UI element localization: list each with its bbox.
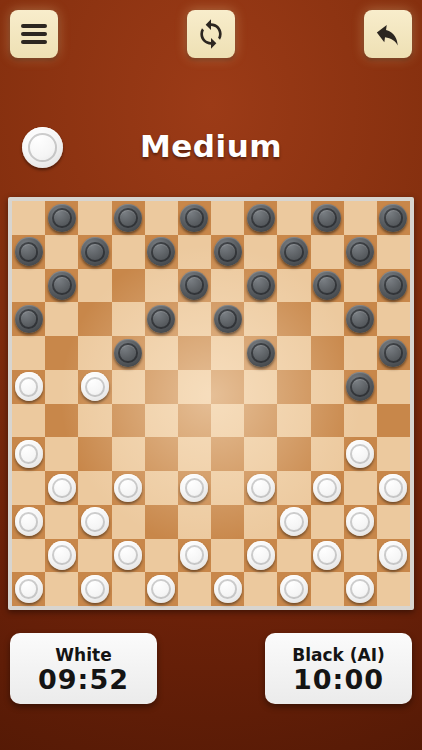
board-square[interactable] bbox=[311, 505, 344, 539]
white-piece[interactable] bbox=[180, 541, 208, 569]
board-square[interactable] bbox=[45, 235, 78, 269]
black-piece[interactable] bbox=[247, 204, 275, 232]
board-square[interactable] bbox=[311, 437, 344, 471]
board-square[interactable] bbox=[145, 302, 178, 336]
board-square[interactable] bbox=[377, 505, 410, 539]
white-piece[interactable] bbox=[379, 474, 407, 502]
black-piece[interactable] bbox=[214, 237, 242, 265]
white-piece[interactable] bbox=[346, 507, 374, 535]
black-piece[interactable] bbox=[346, 372, 374, 400]
black-piece[interactable] bbox=[247, 339, 275, 367]
white-piece[interactable] bbox=[81, 575, 109, 603]
refresh-icon bbox=[195, 18, 227, 50]
black-piece[interactable] bbox=[15, 237, 43, 265]
hamburger-icon bbox=[21, 24, 47, 44]
white-piece[interactable] bbox=[114, 541, 142, 569]
board-square[interactable] bbox=[145, 437, 178, 471]
board-square[interactable] bbox=[244, 437, 277, 471]
undo-arrow-icon bbox=[373, 19, 403, 49]
board-square[interactable] bbox=[45, 471, 78, 505]
board-square[interactable] bbox=[12, 269, 45, 303]
board-square[interactable] bbox=[145, 201, 178, 235]
board-square[interactable] bbox=[78, 572, 111, 606]
board-square[interactable] bbox=[344, 572, 377, 606]
board-square[interactable] bbox=[311, 471, 344, 505]
board-square[interactable] bbox=[377, 370, 410, 404]
board-square[interactable] bbox=[344, 437, 377, 471]
board-square[interactable] bbox=[277, 539, 310, 573]
black-piece[interactable] bbox=[379, 271, 407, 299]
board-square[interactable] bbox=[45, 370, 78, 404]
white-piece[interactable] bbox=[346, 575, 374, 603]
black-piece[interactable] bbox=[114, 204, 142, 232]
board-square[interactable] bbox=[211, 201, 244, 235]
board-square[interactable] bbox=[244, 505, 277, 539]
white-piece[interactable] bbox=[280, 507, 308, 535]
board-square[interactable] bbox=[178, 201, 211, 235]
black-piece[interactable] bbox=[81, 237, 109, 265]
black-piece[interactable] bbox=[214, 305, 242, 333]
board-square[interactable] bbox=[12, 302, 45, 336]
board-square[interactable] bbox=[112, 370, 145, 404]
black-piece[interactable] bbox=[346, 305, 374, 333]
board-square[interactable] bbox=[12, 471, 45, 505]
board-square[interactable] bbox=[277, 269, 310, 303]
difficulty-title: Medium bbox=[0, 128, 422, 164]
board-square[interactable] bbox=[277, 201, 310, 235]
restart-button[interactable] bbox=[187, 10, 235, 58]
white-piece[interactable] bbox=[247, 474, 275, 502]
board-square[interactable] bbox=[78, 235, 111, 269]
board-square[interactable] bbox=[344, 235, 377, 269]
board-square[interactable] bbox=[78, 302, 111, 336]
board-square[interactable] bbox=[211, 370, 244, 404]
black-piece[interactable] bbox=[114, 339, 142, 367]
white-piece[interactable] bbox=[247, 541, 275, 569]
board-square[interactable] bbox=[277, 471, 310, 505]
board-square[interactable] bbox=[45, 404, 78, 438]
board-square[interactable] bbox=[344, 269, 377, 303]
board-square[interactable] bbox=[45, 201, 78, 235]
white-player-label: White bbox=[55, 645, 111, 665]
board-square[interactable] bbox=[145, 269, 178, 303]
black-timer-value: 10:00 bbox=[293, 666, 384, 693]
black-piece[interactable] bbox=[379, 339, 407, 367]
board-square[interactable] bbox=[78, 471, 111, 505]
white-piece[interactable] bbox=[81, 372, 109, 400]
white-piece[interactable] bbox=[180, 474, 208, 502]
board-square[interactable] bbox=[211, 572, 244, 606]
board-square[interactable] bbox=[45, 505, 78, 539]
board-square[interactable] bbox=[78, 404, 111, 438]
black-piece[interactable] bbox=[147, 237, 175, 265]
board-square[interactable] bbox=[244, 370, 277, 404]
board-square[interactable] bbox=[145, 370, 178, 404]
board-square[interactable] bbox=[12, 404, 45, 438]
board-square[interactable] bbox=[277, 370, 310, 404]
board-square[interactable] bbox=[211, 539, 244, 573]
board-square[interactable] bbox=[145, 404, 178, 438]
white-piece[interactable] bbox=[48, 541, 76, 569]
checkers-board bbox=[8, 197, 414, 610]
board-square[interactable] bbox=[244, 336, 277, 370]
white-piece[interactable] bbox=[48, 474, 76, 502]
white-checker-icon bbox=[22, 127, 63, 168]
board-square[interactable] bbox=[377, 539, 410, 573]
menu-button[interactable] bbox=[10, 10, 58, 58]
board-square[interactable] bbox=[112, 201, 145, 235]
black-player-label: Black (AI) bbox=[292, 645, 385, 665]
board-square[interactable] bbox=[311, 572, 344, 606]
turn-indicator bbox=[22, 127, 63, 168]
board-square[interactable] bbox=[12, 235, 45, 269]
white-timer-value: 09:52 bbox=[38, 666, 129, 693]
board-square[interactable] bbox=[344, 370, 377, 404]
board-square[interactable] bbox=[145, 336, 178, 370]
board-square[interactable] bbox=[112, 269, 145, 303]
board-square[interactable] bbox=[344, 201, 377, 235]
board-square[interactable] bbox=[244, 471, 277, 505]
board-square[interactable] bbox=[211, 505, 244, 539]
board-square[interactable] bbox=[311, 404, 344, 438]
board-square[interactable] bbox=[211, 404, 244, 438]
board-square[interactable] bbox=[311, 370, 344, 404]
white-piece[interactable] bbox=[15, 575, 43, 603]
board-square[interactable] bbox=[12, 505, 45, 539]
board-square[interactable] bbox=[277, 235, 310, 269]
board-square[interactable] bbox=[344, 539, 377, 573]
board-square[interactable] bbox=[145, 471, 178, 505]
board-square[interactable] bbox=[344, 302, 377, 336]
board-square[interactable] bbox=[311, 539, 344, 573]
board-square[interactable] bbox=[178, 235, 211, 269]
black-piece[interactable] bbox=[180, 204, 208, 232]
board-square[interactable] bbox=[311, 235, 344, 269]
white-piece[interactable] bbox=[15, 372, 43, 400]
board-square[interactable] bbox=[244, 269, 277, 303]
board-square[interactable] bbox=[112, 404, 145, 438]
board-square[interactable] bbox=[211, 437, 244, 471]
board-square[interactable] bbox=[78, 269, 111, 303]
board-square[interactable] bbox=[12, 539, 45, 573]
board-square[interactable] bbox=[311, 269, 344, 303]
board-square[interactable] bbox=[211, 471, 244, 505]
white-piece[interactable] bbox=[15, 507, 43, 535]
board-square[interactable] bbox=[112, 235, 145, 269]
board-square[interactable] bbox=[277, 302, 310, 336]
black-timer-card: Black (AI) 10:00 bbox=[265, 633, 412, 704]
board-square[interactable] bbox=[178, 336, 211, 370]
board-square[interactable] bbox=[244, 302, 277, 336]
board-square[interactable] bbox=[178, 539, 211, 573]
board-grid bbox=[12, 201, 410, 606]
board-square[interactable] bbox=[178, 471, 211, 505]
board-square[interactable] bbox=[377, 235, 410, 269]
board-square[interactable] bbox=[377, 471, 410, 505]
board-square[interactable] bbox=[78, 201, 111, 235]
board-square[interactable] bbox=[211, 269, 244, 303]
board-square[interactable] bbox=[178, 572, 211, 606]
board-square[interactable] bbox=[377, 572, 410, 606]
board-square[interactable] bbox=[311, 201, 344, 235]
board-square[interactable] bbox=[311, 336, 344, 370]
board-square[interactable] bbox=[377, 336, 410, 370]
white-piece[interactable] bbox=[214, 575, 242, 603]
board-square[interactable] bbox=[344, 505, 377, 539]
black-piece[interactable] bbox=[280, 237, 308, 265]
black-piece[interactable] bbox=[346, 237, 374, 265]
black-piece[interactable] bbox=[48, 271, 76, 299]
white-piece[interactable] bbox=[147, 575, 175, 603]
board-square[interactable] bbox=[178, 404, 211, 438]
white-piece[interactable] bbox=[313, 474, 341, 502]
board-square[interactable] bbox=[112, 572, 145, 606]
black-piece[interactable] bbox=[247, 271, 275, 299]
undo-button[interactable] bbox=[364, 10, 412, 58]
board-square[interactable] bbox=[178, 505, 211, 539]
board-square[interactable] bbox=[145, 539, 178, 573]
board-square[interactable] bbox=[377, 201, 410, 235]
white-piece[interactable] bbox=[313, 541, 341, 569]
board-square[interactable] bbox=[145, 235, 178, 269]
board-square[interactable] bbox=[277, 572, 310, 606]
board-square[interactable] bbox=[78, 539, 111, 573]
board-square[interactable] bbox=[211, 302, 244, 336]
board-square[interactable] bbox=[145, 572, 178, 606]
black-piece[interactable] bbox=[313, 271, 341, 299]
white-piece[interactable] bbox=[379, 541, 407, 569]
board-square[interactable] bbox=[244, 572, 277, 606]
board-square[interactable] bbox=[377, 404, 410, 438]
board-square[interactable] bbox=[45, 539, 78, 573]
board-square[interactable] bbox=[211, 336, 244, 370]
black-piece[interactable] bbox=[313, 204, 341, 232]
board-square[interactable] bbox=[12, 437, 45, 471]
white-piece[interactable] bbox=[114, 474, 142, 502]
board-square[interactable] bbox=[377, 302, 410, 336]
board-square[interactable] bbox=[178, 437, 211, 471]
white-timer-card: White 09:52 bbox=[10, 633, 157, 704]
black-piece[interactable] bbox=[379, 204, 407, 232]
board-square[interactable] bbox=[311, 302, 344, 336]
board-square[interactable] bbox=[211, 235, 244, 269]
black-piece[interactable] bbox=[48, 204, 76, 232]
board-square[interactable] bbox=[45, 437, 78, 471]
board-square[interactable] bbox=[78, 370, 111, 404]
board-square[interactable] bbox=[178, 370, 211, 404]
board-square[interactable] bbox=[145, 505, 178, 539]
white-piece[interactable] bbox=[15, 440, 43, 468]
black-piece[interactable] bbox=[180, 271, 208, 299]
checkers-app: Medium White 09:52 Black (AI) 10:00 bbox=[0, 0, 422, 750]
board-square[interactable] bbox=[45, 269, 78, 303]
board-square[interactable] bbox=[244, 404, 277, 438]
board-square[interactable] bbox=[78, 437, 111, 471]
board-square[interactable] bbox=[344, 471, 377, 505]
board-square[interactable] bbox=[112, 336, 145, 370]
board-square[interactable] bbox=[377, 437, 410, 471]
board-square[interactable] bbox=[178, 269, 211, 303]
board-square[interactable] bbox=[277, 437, 310, 471]
board-square[interactable] bbox=[344, 404, 377, 438]
board-square[interactable] bbox=[45, 336, 78, 370]
white-piece[interactable] bbox=[81, 507, 109, 535]
board-square[interactable] bbox=[277, 404, 310, 438]
board-square[interactable] bbox=[45, 302, 78, 336]
board-square[interactable] bbox=[377, 269, 410, 303]
white-piece[interactable] bbox=[346, 440, 374, 468]
board-square[interactable] bbox=[12, 572, 45, 606]
board-square[interactable] bbox=[244, 201, 277, 235]
board-square[interactable] bbox=[244, 235, 277, 269]
black-piece[interactable] bbox=[147, 305, 175, 333]
board-square[interactable] bbox=[12, 336, 45, 370]
board-square[interactable] bbox=[12, 201, 45, 235]
board-square[interactable] bbox=[112, 302, 145, 336]
board-square[interactable] bbox=[244, 539, 277, 573]
board-square[interactable] bbox=[45, 572, 78, 606]
board-square[interactable] bbox=[78, 336, 111, 370]
board-square[interactable] bbox=[112, 471, 145, 505]
board-square[interactable] bbox=[12, 370, 45, 404]
board-square[interactable] bbox=[277, 336, 310, 370]
board-square[interactable] bbox=[178, 302, 211, 336]
board-square[interactable] bbox=[112, 539, 145, 573]
board-square[interactable] bbox=[112, 505, 145, 539]
board-square[interactable] bbox=[78, 505, 111, 539]
board-square[interactable] bbox=[112, 437, 145, 471]
board-square[interactable] bbox=[344, 336, 377, 370]
board-square[interactable] bbox=[277, 505, 310, 539]
white-piece[interactable] bbox=[280, 575, 308, 603]
black-piece[interactable] bbox=[15, 305, 43, 333]
